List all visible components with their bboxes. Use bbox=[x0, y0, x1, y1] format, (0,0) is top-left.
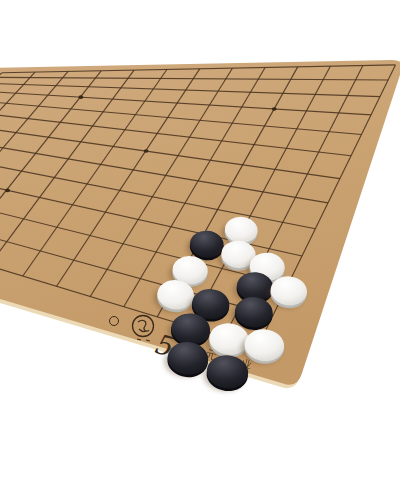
hoshi-point bbox=[78, 95, 83, 99]
hoshi-point bbox=[272, 107, 277, 111]
go-board-photo-canvas: 5元业 bbox=[0, 0, 400, 480]
hoshi-point bbox=[5, 189, 10, 193]
hoshi-point bbox=[144, 149, 149, 153]
go-mat-product-photo: 5元业 5 bbox=[0, 0, 400, 480]
